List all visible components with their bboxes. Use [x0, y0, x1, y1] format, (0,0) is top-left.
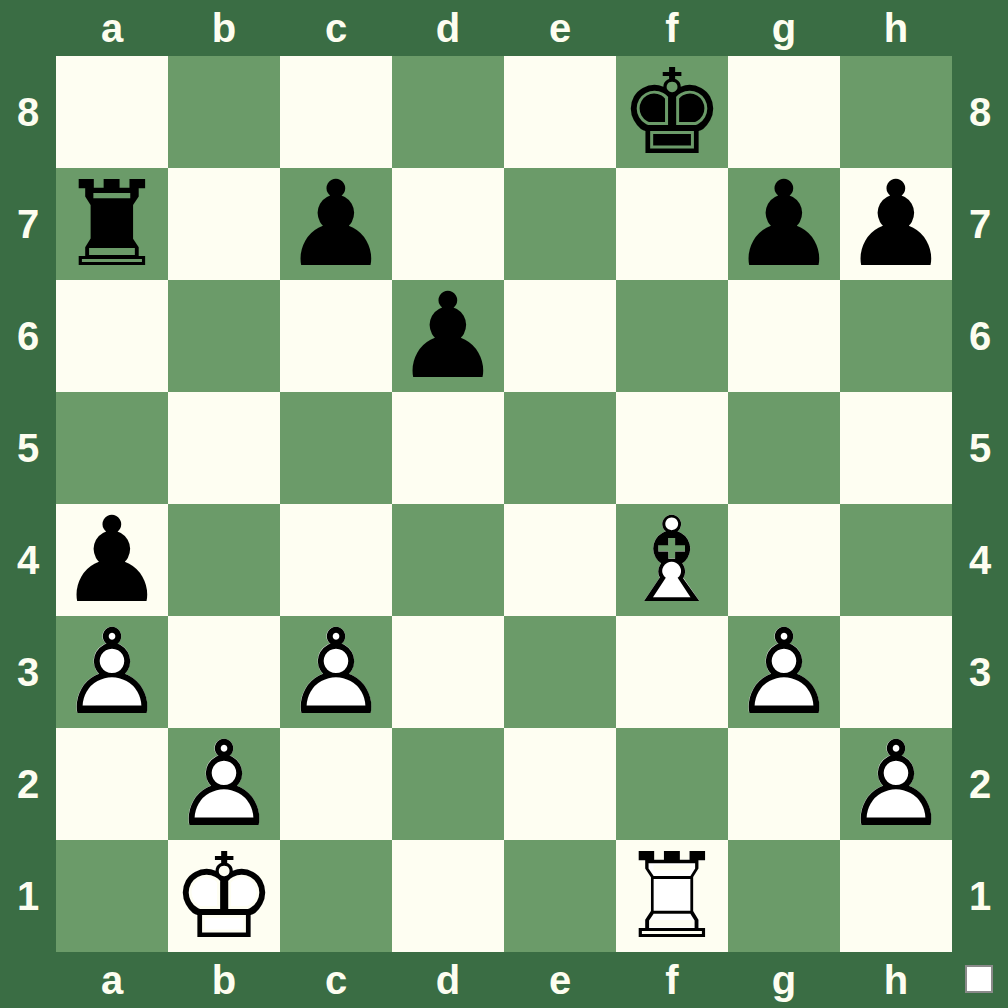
square-d5[interactable]	[392, 392, 504, 504]
square-f3[interactable]	[616, 616, 728, 728]
square-b2[interactable]: ♟♙	[168, 728, 280, 840]
square-c8[interactable]	[280, 56, 392, 168]
square-h7[interactable]: ♟	[840, 168, 952, 280]
file-label-h: h	[840, 952, 952, 1008]
square-b3[interactable]	[168, 616, 280, 728]
square-c6[interactable]	[280, 280, 392, 392]
piece-white-bishop[interactable]: ♝♗	[616, 504, 728, 616]
rank-label-3: 3	[952, 616, 1008, 728]
square-a4[interactable]: ♟	[56, 504, 168, 616]
square-h4[interactable]	[840, 504, 952, 616]
square-b8[interactable]	[168, 56, 280, 168]
square-g3[interactable]: ♟♙	[728, 616, 840, 728]
square-d2[interactable]	[392, 728, 504, 840]
square-h2[interactable]: ♟♙	[840, 728, 952, 840]
square-d4[interactable]	[392, 504, 504, 616]
chess-board-frame: abcdefgh 87654321 ♚♜♟♟♟♟♟♝♗♟♙♟♙♟♙♟♙♟♙♚♔♜…	[0, 0, 1008, 1008]
square-b1[interactable]: ♚♔	[168, 840, 280, 952]
square-g2[interactable]	[728, 728, 840, 840]
rank-label-4: 4	[952, 504, 1008, 616]
file-labels-bottom: abcdefgh	[56, 952, 952, 1008]
file-label-a: a	[56, 952, 168, 1008]
rank-labels-left: 87654321	[0, 56, 56, 952]
rank-label-5: 5	[952, 392, 1008, 504]
square-d8[interactable]	[392, 56, 504, 168]
square-e3[interactable]	[504, 616, 616, 728]
square-e8[interactable]	[504, 56, 616, 168]
rank-label-2: 2	[952, 728, 1008, 840]
rank-label-1: 1	[0, 840, 56, 952]
piece-black-glyph: ♟	[56, 504, 168, 616]
chess-board: ♚♜♟♟♟♟♟♝♗♟♙♟♙♟♙♟♙♟♙♚♔♜♖	[56, 56, 952, 952]
square-f7[interactable]	[616, 168, 728, 280]
square-b5[interactable]	[168, 392, 280, 504]
file-label-d: d	[392, 952, 504, 1008]
piece-black-pawn[interactable]: ♟	[840, 168, 952, 280]
piece-black-king[interactable]: ♚	[616, 56, 728, 168]
rank-label-2: 2	[0, 728, 56, 840]
square-e5[interactable]	[504, 392, 616, 504]
square-f1[interactable]: ♜♖	[616, 840, 728, 952]
square-f6[interactable]	[616, 280, 728, 392]
square-f8[interactable]: ♚	[616, 56, 728, 168]
piece-white-outline-glyph: ♙	[56, 616, 168, 728]
piece-white-rook[interactable]: ♜♖	[616, 840, 728, 952]
square-a7[interactable]: ♜	[56, 168, 168, 280]
file-label-g: g	[728, 0, 840, 56]
piece-white-outline-glyph: ♔	[168, 840, 280, 952]
square-c4[interactable]	[280, 504, 392, 616]
piece-black-glyph: ♚	[616, 56, 728, 168]
piece-white-outline-glyph: ♗	[616, 504, 728, 616]
square-d6[interactable]: ♟	[392, 280, 504, 392]
file-label-e: e	[504, 0, 616, 56]
square-g7[interactable]: ♟	[728, 168, 840, 280]
square-e4[interactable]	[504, 504, 616, 616]
square-h5[interactable]	[840, 392, 952, 504]
piece-black-glyph: ♟	[280, 168, 392, 280]
square-c5[interactable]	[280, 392, 392, 504]
file-label-c: c	[280, 952, 392, 1008]
square-f4[interactable]: ♝♗	[616, 504, 728, 616]
square-e1[interactable]	[504, 840, 616, 952]
file-label-d: d	[392, 0, 504, 56]
piece-white-pawn[interactable]: ♟♙	[840, 728, 952, 840]
square-c7[interactable]: ♟	[280, 168, 392, 280]
square-b7[interactable]	[168, 168, 280, 280]
piece-white-outline-glyph: ♙	[728, 616, 840, 728]
file-label-g: g	[728, 952, 840, 1008]
white-to-move-indicator	[965, 965, 993, 993]
square-f5[interactable]	[616, 392, 728, 504]
piece-black-pawn[interactable]: ♟	[56, 504, 168, 616]
file-label-h: h	[840, 0, 952, 56]
rank-label-4: 4	[0, 504, 56, 616]
piece-black-glyph: ♜	[56, 168, 168, 280]
piece-black-glyph: ♟	[728, 168, 840, 280]
piece-white-pawn[interactable]: ♟♙	[168, 728, 280, 840]
piece-white-pawn[interactable]: ♟♙	[728, 616, 840, 728]
square-a8[interactable]	[56, 56, 168, 168]
rank-label-6: 6	[0, 280, 56, 392]
square-g8[interactable]	[728, 56, 840, 168]
square-d3[interactable]	[392, 616, 504, 728]
file-label-c: c	[280, 0, 392, 56]
square-d7[interactable]	[392, 168, 504, 280]
square-h3[interactable]	[840, 616, 952, 728]
rank-label-8: 8	[0, 56, 56, 168]
piece-white-pawn[interactable]: ♟♙	[56, 616, 168, 728]
square-g5[interactable]	[728, 392, 840, 504]
rank-labels-right: 87654321	[952, 56, 1008, 952]
piece-black-rook[interactable]: ♜	[56, 168, 168, 280]
square-e7[interactable]	[504, 168, 616, 280]
piece-black-pawn[interactable]: ♟	[280, 168, 392, 280]
rank-label-3: 3	[0, 616, 56, 728]
rank-label-5: 5	[0, 392, 56, 504]
piece-white-outline-glyph: ♙	[168, 728, 280, 840]
square-a2[interactable]	[56, 728, 168, 840]
square-c3[interactable]: ♟♙	[280, 616, 392, 728]
square-a3[interactable]: ♟♙	[56, 616, 168, 728]
square-h8[interactable]	[840, 56, 952, 168]
square-f2[interactable]	[616, 728, 728, 840]
rank-label-8: 8	[952, 56, 1008, 168]
piece-white-outline-glyph: ♙	[840, 728, 952, 840]
square-e2[interactable]	[504, 728, 616, 840]
square-g1[interactable]	[728, 840, 840, 952]
file-label-b: b	[168, 0, 280, 56]
square-g6[interactable]	[728, 280, 840, 392]
square-h1[interactable]	[840, 840, 952, 952]
piece-black-glyph: ♟	[392, 280, 504, 392]
file-label-a: a	[56, 0, 168, 56]
square-c1[interactable]	[280, 840, 392, 952]
square-d1[interactable]	[392, 840, 504, 952]
square-b6[interactable]	[168, 280, 280, 392]
piece-white-outline-glyph: ♙	[280, 616, 392, 728]
square-e6[interactable]	[504, 280, 616, 392]
file-labels-top: abcdefgh	[56, 0, 952, 56]
square-c2[interactable]	[280, 728, 392, 840]
square-g4[interactable]	[728, 504, 840, 616]
piece-black-pawn[interactable]: ♟	[728, 168, 840, 280]
square-a1[interactable]	[56, 840, 168, 952]
file-label-b: b	[168, 952, 280, 1008]
file-label-e: e	[504, 952, 616, 1008]
square-h6[interactable]	[840, 280, 952, 392]
square-a6[interactable]	[56, 280, 168, 392]
rank-label-7: 7	[952, 168, 1008, 280]
piece-white-outline-glyph: ♖	[616, 840, 728, 952]
rank-label-1: 1	[952, 840, 1008, 952]
piece-white-king[interactable]: ♚♔	[168, 840, 280, 952]
piece-black-glyph: ♟	[840, 168, 952, 280]
file-label-f: f	[616, 952, 728, 1008]
piece-black-pawn[interactable]: ♟	[392, 280, 504, 392]
rank-label-6: 6	[952, 280, 1008, 392]
square-b4[interactable]	[168, 504, 280, 616]
rank-label-7: 7	[0, 168, 56, 280]
piece-white-pawn[interactable]: ♟♙	[280, 616, 392, 728]
square-a5[interactable]	[56, 392, 168, 504]
